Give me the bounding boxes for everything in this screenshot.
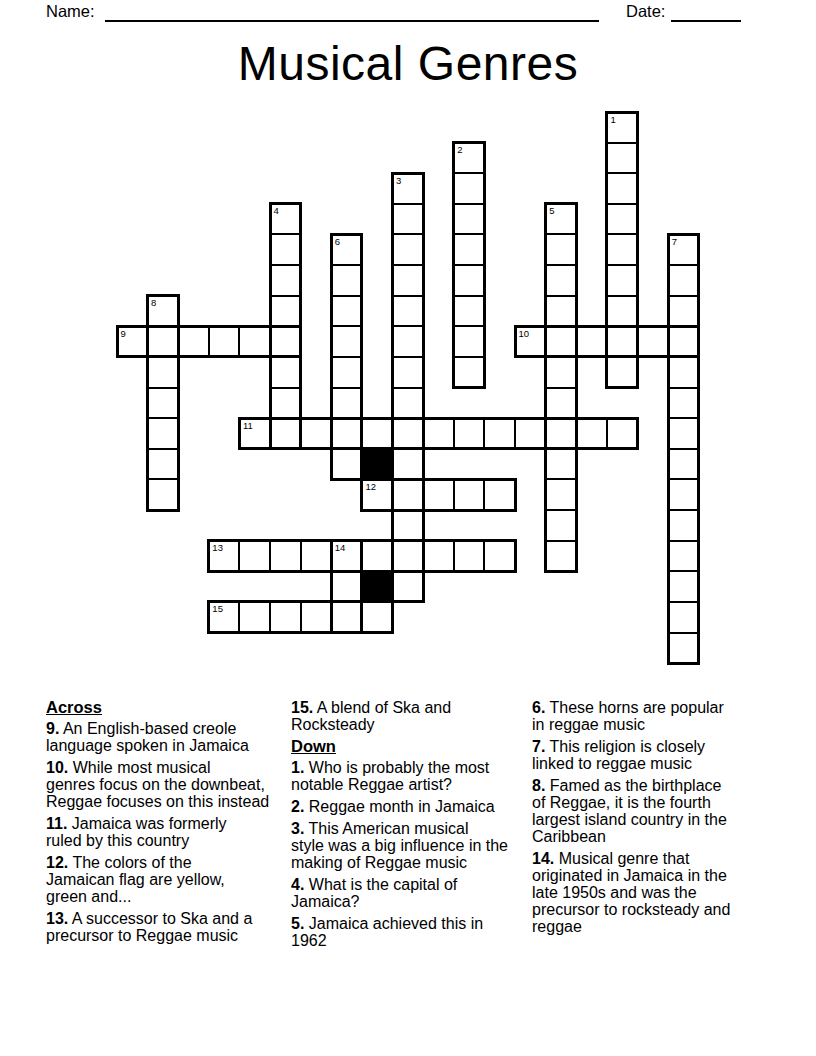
clue: 2. Reggae month in Jamaica xyxy=(291,798,531,815)
grid-cell[interactable] xyxy=(453,540,486,573)
grid-cell[interactable] xyxy=(330,570,363,603)
clues-column-2: 15. A blend of Ska andRocksteadyDown1. W… xyxy=(291,699,531,954)
grid-cell[interactable] xyxy=(392,509,425,542)
clue-number: 13 xyxy=(212,542,223,553)
black-cell xyxy=(361,448,394,481)
grid-cell[interactable] xyxy=(453,478,486,511)
grid-cell[interactable] xyxy=(545,356,578,389)
grid-cell[interactable] xyxy=(392,448,425,481)
grid-cell[interactable] xyxy=(667,356,700,389)
grid-cell[interactable] xyxy=(575,325,608,358)
grid-cell[interactable] xyxy=(147,387,180,420)
grid-cell[interactable] xyxy=(453,264,486,297)
clue: 13. A successor to Ska and aprecursor to… xyxy=(46,910,286,944)
grid-cell[interactable] xyxy=(238,601,271,634)
grid-cell[interactable]: 8 xyxy=(147,295,180,328)
clue-number-label: 12. xyxy=(46,854,68,871)
clue-number-label: 7. xyxy=(532,738,545,755)
grid-cell[interactable] xyxy=(392,233,425,266)
grid-cell[interactable] xyxy=(300,540,333,573)
grid-cell[interactable] xyxy=(392,356,425,389)
clue-number-label: 4. xyxy=(291,876,304,893)
grid-cell[interactable] xyxy=(330,417,363,450)
clue: 7. This religion is closelylinked to reg… xyxy=(532,738,770,772)
grid-cell[interactable] xyxy=(392,203,425,236)
grid-cell[interactable] xyxy=(545,387,578,420)
grid-cell[interactable] xyxy=(545,478,578,511)
grid-cell[interactable] xyxy=(392,478,425,511)
clue: 12. The colors of theJamaican flag are y… xyxy=(46,854,286,905)
grid-cell[interactable] xyxy=(667,570,700,603)
grid-cell[interactable] xyxy=(606,172,639,205)
grid-cell[interactable] xyxy=(545,264,578,297)
clue-number: 9 xyxy=(121,328,126,339)
clues-heading-across: Across xyxy=(46,699,286,716)
clue-number: 7 xyxy=(672,236,677,247)
grid-cell[interactable] xyxy=(453,295,486,328)
clue: 5. Jamaica achieved this in1962 xyxy=(291,915,531,949)
grid-cell[interactable] xyxy=(330,356,363,389)
clues-column-1: Across9. An English-based creolelanguage… xyxy=(46,699,286,949)
grid-cell[interactable] xyxy=(422,478,455,511)
grid-cell[interactable]: 2 xyxy=(453,142,486,175)
grid-cell[interactable] xyxy=(483,478,516,511)
grid-cell[interactable] xyxy=(147,417,180,450)
clue-number: 2 xyxy=(457,144,462,155)
clue-number: 8 xyxy=(151,297,156,308)
grid-cell[interactable] xyxy=(269,356,302,389)
clue: 9. An English-based creolelanguage spoke… xyxy=(46,720,286,754)
grid-cell[interactable] xyxy=(269,540,302,573)
grid-cell[interactable] xyxy=(330,264,363,297)
grid-cell[interactable] xyxy=(330,295,363,328)
grid-cell[interactable] xyxy=(514,417,547,450)
grid-cell[interactable]: 3 xyxy=(392,172,425,205)
clue-number-label: 9. xyxy=(46,720,59,737)
clue: 4. What is the capital ofJamaica? xyxy=(291,876,531,910)
grid-cell[interactable] xyxy=(269,601,302,634)
grid-cell[interactable] xyxy=(238,325,271,358)
grid-cell[interactable] xyxy=(545,295,578,328)
grid-cell[interactable] xyxy=(361,417,394,450)
grid-cell[interactable] xyxy=(392,295,425,328)
grid-cell[interactable] xyxy=(606,325,639,358)
grid-cell[interactable] xyxy=(147,325,180,358)
grid-cell[interactable] xyxy=(330,387,363,420)
grid-cell[interactable] xyxy=(300,601,333,634)
grid-cell[interactable] xyxy=(147,478,180,511)
grid-cell[interactable]: 14 xyxy=(330,540,363,573)
grid-cell[interactable] xyxy=(330,601,363,634)
grid-cell[interactable] xyxy=(606,203,639,236)
grid-cell[interactable] xyxy=(453,325,486,358)
clue: 1. Who is probably the mostnotable Regga… xyxy=(291,759,531,793)
grid-cell[interactable]: 9 xyxy=(116,325,149,358)
clue-number-label: 13. xyxy=(46,910,68,927)
grid-cell[interactable] xyxy=(606,264,639,297)
clue: 6. These horns are popularin reggae musi… xyxy=(532,699,770,733)
clue-number: 5 xyxy=(549,205,554,216)
grid-cell[interactable] xyxy=(545,509,578,542)
clue: 14. Musical genre thatoriginated in Jama… xyxy=(532,850,770,935)
clue-number-label: 3. xyxy=(291,820,304,837)
grid-cell[interactable] xyxy=(667,325,700,358)
grid-cell[interactable] xyxy=(606,295,639,328)
clue-number: 3 xyxy=(396,175,401,186)
grid-cell[interactable] xyxy=(147,448,180,481)
clue-number: 6 xyxy=(335,236,340,247)
grid-cell[interactable]: 1 xyxy=(606,111,639,144)
grid-cell[interactable] xyxy=(545,325,578,358)
worksheet-page: Name: Date: Musical Genres 1234567891011… xyxy=(0,0,816,1056)
grid-cell[interactable] xyxy=(392,387,425,420)
clue: 10. While most musicalgenres focus on th… xyxy=(46,759,286,810)
clue-number-label: 14. xyxy=(532,850,554,867)
grid-cell[interactable]: 10 xyxy=(514,325,547,358)
grid-cell[interactable] xyxy=(545,233,578,266)
grid-cell[interactable] xyxy=(667,632,700,665)
clue-number: 12 xyxy=(365,481,376,492)
grid-cell[interactable] xyxy=(667,295,700,328)
grid-cell[interactable] xyxy=(483,540,516,573)
clues-column-3: 6. These horns are popularin reggae musi… xyxy=(532,699,770,940)
grid-cell[interactable] xyxy=(177,325,210,358)
grid-cell[interactable] xyxy=(269,325,302,358)
grid-cell[interactable] xyxy=(453,417,486,450)
grid-cell[interactable] xyxy=(300,417,333,450)
grid-cell[interactable] xyxy=(269,387,302,420)
clue-number-label: 8. xyxy=(532,777,545,794)
clue: 15. A blend of Ska andRocksteady xyxy=(291,699,531,733)
grid-cell[interactable] xyxy=(330,448,363,481)
grid-cell[interactable] xyxy=(545,540,578,573)
clue: 11. Jamaica was formerlyruled by this co… xyxy=(46,815,286,849)
grid-cell[interactable] xyxy=(606,417,639,450)
clue-number: 1 xyxy=(610,114,615,125)
grid-cell[interactable] xyxy=(606,142,639,175)
grid-cell[interactable] xyxy=(361,540,394,573)
grid-cell[interactable]: 15 xyxy=(208,601,241,634)
grid-cell[interactable] xyxy=(667,387,700,420)
clue: 3. This American musicalstyle was a big … xyxy=(291,820,531,871)
grid-cell[interactable]: 6 xyxy=(330,233,363,266)
grid-cell[interactable] xyxy=(637,325,670,358)
grid-cell[interactable] xyxy=(667,540,700,573)
grid-cell[interactable] xyxy=(269,295,302,328)
crossword-grid: 123456789101112131415 xyxy=(0,0,816,700)
grid-cell[interactable] xyxy=(330,325,363,358)
clue-number-label: 15. xyxy=(291,699,313,716)
grid-cell[interactable] xyxy=(606,233,639,266)
grid-cell[interactable] xyxy=(392,540,425,573)
grid-cell[interactable] xyxy=(453,172,486,205)
clue-number: 15 xyxy=(212,603,223,614)
grid-cell[interactable] xyxy=(361,601,394,634)
grid-cell[interactable] xyxy=(269,417,302,450)
grid-cell[interactable]: 5 xyxy=(545,203,578,236)
grid-cell[interactable] xyxy=(483,417,516,450)
grid-cell[interactable] xyxy=(269,233,302,266)
clue-number: 10 xyxy=(519,328,530,339)
grid-cell[interactable] xyxy=(208,325,241,358)
grid-cell[interactable] xyxy=(667,478,700,511)
clue-number-label: 11. xyxy=(46,815,67,832)
grid-cell[interactable] xyxy=(392,325,425,358)
clue-number-label: 5. xyxy=(291,915,304,932)
grid-cell[interactable] xyxy=(667,448,700,481)
grid-cell[interactable] xyxy=(392,264,425,297)
grid-cell[interactable]: 12 xyxy=(361,478,394,511)
grid-cell[interactable] xyxy=(667,509,700,542)
grid-cell[interactable] xyxy=(606,356,639,389)
grid-cell[interactable] xyxy=(392,570,425,603)
grid-cell[interactable] xyxy=(453,203,486,236)
grid-cell[interactable] xyxy=(667,264,700,297)
clue-number-label: 1. xyxy=(291,759,304,776)
grid-cell[interactable] xyxy=(575,417,608,450)
clue-number: 14 xyxy=(335,542,346,553)
grid-cell[interactable] xyxy=(147,356,180,389)
clues-heading-down: Down xyxy=(291,738,531,755)
grid-cell[interactable]: 11 xyxy=(238,417,271,450)
clue-number-label: 10. xyxy=(46,759,68,776)
clue-number: 4 xyxy=(274,205,279,216)
grid-cell[interactable] xyxy=(422,417,455,450)
grid-cell[interactable] xyxy=(545,417,578,450)
grid-cell[interactable]: 13 xyxy=(208,540,241,573)
black-cell xyxy=(361,570,394,603)
clue-number-label: 2. xyxy=(291,798,304,815)
grid-cell[interactable]: 4 xyxy=(269,203,302,236)
clue-number-label: 6. xyxy=(532,699,545,716)
grid-cell[interactable] xyxy=(545,448,578,481)
grid-cell[interactable] xyxy=(453,233,486,266)
clue-number: 11 xyxy=(243,420,253,431)
grid-cell[interactable] xyxy=(453,356,486,389)
grid-cell[interactable] xyxy=(422,540,455,573)
grid-cell[interactable] xyxy=(238,540,271,573)
grid-cell[interactable] xyxy=(392,417,425,450)
grid-cell[interactable] xyxy=(667,417,700,450)
clue: 8. Famed as the birthplaceof Reggae, it … xyxy=(532,777,770,845)
grid-cell[interactable] xyxy=(269,264,302,297)
grid-cell[interactable] xyxy=(667,601,700,634)
grid-cell[interactable]: 7 xyxy=(667,233,700,266)
